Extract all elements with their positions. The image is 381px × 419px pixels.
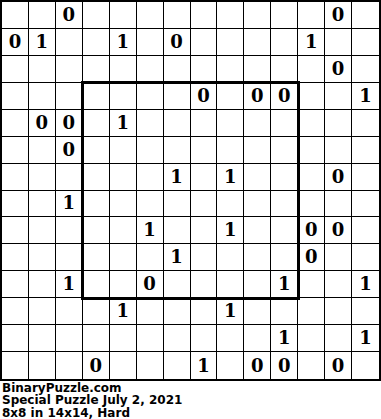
cell-r7-c2: 1 <box>56 191 83 218</box>
cell-r8-c7[interactable] <box>191 217 218 244</box>
cell-r8-c10[interactable] <box>271 217 298 244</box>
cell-r3-c0[interactable] <box>2 83 29 110</box>
cell-r8-c13[interactable] <box>352 217 379 244</box>
cell-r0-c0[interactable] <box>2 2 29 29</box>
cell-r12-c3[interactable] <box>83 325 110 352</box>
cell-r2-c10[interactable] <box>271 56 298 83</box>
cell-r4-c9[interactable] <box>244 110 271 137</box>
cell-r6-c4[interactable] <box>110 164 137 191</box>
cell-r2-c3[interactable] <box>83 56 110 83</box>
cell-r11-c6[interactable] <box>164 298 191 325</box>
cell-r8-c9[interactable] <box>244 217 271 244</box>
cell-r10-c6[interactable] <box>164 271 191 298</box>
cell-r13-c5[interactable] <box>137 352 164 379</box>
cell-r0-c1[interactable] <box>29 2 56 29</box>
cell-r8-c6[interactable] <box>164 217 191 244</box>
cell-r10-c0[interactable] <box>2 271 29 298</box>
cell-r7-c3[interactable] <box>83 191 110 218</box>
cell-r10-c13: 1 <box>352 271 379 298</box>
cell-r6-c2[interactable] <box>56 164 83 191</box>
cell-r3-c3[interactable] <box>83 83 110 110</box>
cell-r6-c3[interactable] <box>83 164 110 191</box>
cell-r10-c12[interactable] <box>325 271 352 298</box>
cell-r12-c1[interactable] <box>29 325 56 352</box>
cell-r5-c8[interactable] <box>217 137 244 164</box>
cell-r1-c6: 0 <box>164 29 191 56</box>
cell-r0-c13[interactable] <box>352 2 379 29</box>
cell-r0-c5[interactable] <box>137 2 164 29</box>
cell-r9-c0[interactable] <box>2 244 29 271</box>
cell-r8-c3[interactable] <box>83 217 110 244</box>
cell-r12-c7[interactable] <box>191 325 218 352</box>
cell-r6-c11[interactable] <box>298 164 325 191</box>
cell-r4-c5[interactable] <box>137 110 164 137</box>
cell-r13-c3: 0 <box>83 352 110 379</box>
cell-r10-c8[interactable] <box>217 271 244 298</box>
cell-r1-c8[interactable] <box>217 29 244 56</box>
cell-r4-c3[interactable] <box>83 110 110 137</box>
cell-r2-c9[interactable] <box>244 56 271 83</box>
cell-r8-c0[interactable] <box>2 217 29 244</box>
cell-r11-c1[interactable] <box>29 298 56 325</box>
cell-r0-c10[interactable] <box>271 2 298 29</box>
cell-r13-c12: 0 <box>325 352 352 379</box>
cell-r4-c0[interactable] <box>2 110 29 137</box>
cell-r7-c4[interactable] <box>110 191 137 218</box>
cell-r5-c7[interactable] <box>191 137 218 164</box>
cell-r8-c8: 1 <box>217 217 244 244</box>
cell-r10-c5: 0 <box>137 271 164 298</box>
cell-r0-c2: 0 <box>56 2 83 29</box>
cell-r2-c5[interactable] <box>137 56 164 83</box>
cell-r7-c13[interactable] <box>352 191 379 218</box>
cell-r12-c8[interactable] <box>217 325 244 352</box>
cell-r12-c9[interactable] <box>244 325 271 352</box>
cell-r13-c0[interactable] <box>2 352 29 379</box>
cell-r2-c7[interactable] <box>191 56 218 83</box>
cell-r7-c0[interactable] <box>2 191 29 218</box>
cell-r9-c11: 0 <box>298 244 325 271</box>
cell-r7-c9[interactable] <box>244 191 271 218</box>
cell-r11-c2[interactable] <box>56 298 83 325</box>
cell-r6-c10[interactable] <box>271 164 298 191</box>
footer-puzzle-title: Special Puzzle July 2, 2021 <box>2 394 379 406</box>
cell-r2-c12: 0 <box>325 56 352 83</box>
cell-r11-c4: 1 <box>110 298 137 325</box>
cell-r13-c11[interactable] <box>298 352 325 379</box>
cell-r8-c1[interactable] <box>29 217 56 244</box>
cell-r3-c6[interactable] <box>164 83 191 110</box>
cell-r2-c0[interactable] <box>2 56 29 83</box>
cell-r9-c6: 1 <box>164 244 191 271</box>
cell-r5-c2: 0 <box>56 137 83 164</box>
cell-r13-c8[interactable] <box>217 352 244 379</box>
cell-r4-c7[interactable] <box>191 110 218 137</box>
cell-r1-c13[interactable] <box>352 29 379 56</box>
cell-r3-c7: 0 <box>191 83 218 110</box>
cell-r8-c12: 0 <box>325 217 352 244</box>
cell-r6-c12: 0 <box>325 164 352 191</box>
cell-r3-c1[interactable] <box>29 83 56 110</box>
cell-r7-c10[interactable] <box>271 191 298 218</box>
cell-r9-c4[interactable] <box>110 244 137 271</box>
cell-r11-c7[interactable] <box>191 298 218 325</box>
cell-r8-c5: 1 <box>137 217 164 244</box>
cell-r13-c2[interactable] <box>56 352 83 379</box>
cell-r10-c9[interactable] <box>244 271 271 298</box>
cell-r7-c1[interactable] <box>29 191 56 218</box>
cell-r7-c11[interactable] <box>298 191 325 218</box>
cell-r5-c4[interactable] <box>110 137 137 164</box>
cell-r13-c9: 0 <box>244 352 271 379</box>
cell-r3-c8[interactable] <box>217 83 244 110</box>
cell-r4-c12[interactable] <box>325 110 352 137</box>
cell-r12-c2[interactable] <box>56 325 83 352</box>
cell-r11-c11[interactable] <box>298 298 325 325</box>
cell-r10-c10: 1 <box>271 271 298 298</box>
cell-r0-c11[interactable] <box>298 2 325 29</box>
cell-r0-c3[interactable] <box>83 2 110 29</box>
cell-r1-c3[interactable] <box>83 29 110 56</box>
cell-r9-c1[interactable] <box>29 244 56 271</box>
cell-r6-c9[interactable] <box>244 164 271 191</box>
cell-r2-c1[interactable] <box>29 56 56 83</box>
cell-r11-c10[interactable] <box>271 298 298 325</box>
cell-r5-c0[interactable] <box>2 137 29 164</box>
footer: BinaryPuzzle.com Special Puzzle July 2, … <box>2 382 379 419</box>
cell-r4-c10[interactable] <box>271 110 298 137</box>
cell-r4-c11[interactable] <box>298 110 325 137</box>
cell-r1-c9[interactable] <box>244 29 271 56</box>
cell-r4-c2: 0 <box>56 110 83 137</box>
cell-r11-c3[interactable] <box>83 298 110 325</box>
cell-r7-c12[interactable] <box>325 191 352 218</box>
cell-r11-c9[interactable] <box>244 298 271 325</box>
cell-r12-c12[interactable] <box>325 325 352 352</box>
cell-r3-c5[interactable] <box>137 83 164 110</box>
cell-r3-c12[interactable] <box>325 83 352 110</box>
cell-r5-c13[interactable] <box>352 137 379 164</box>
cell-r9-c2[interactable] <box>56 244 83 271</box>
cell-r12-c5[interactable] <box>137 325 164 352</box>
cell-r2-c8[interactable] <box>217 56 244 83</box>
cell-r1-c2[interactable] <box>56 29 83 56</box>
cell-r13-c7: 1 <box>191 352 218 379</box>
cell-r2-c13[interactable] <box>352 56 379 83</box>
cell-r9-c7[interactable] <box>191 244 218 271</box>
cell-r7-c8[interactable] <box>217 191 244 218</box>
cell-r1-c11: 1 <box>298 29 325 56</box>
cell-r3-c2[interactable] <box>56 83 83 110</box>
cell-r0-c6[interactable] <box>164 2 191 29</box>
cell-r2-c6[interactable] <box>164 56 191 83</box>
cell-r3-c9: 0 <box>244 83 271 110</box>
cell-r9-c13[interactable] <box>352 244 379 271</box>
cell-r0-c7[interactable] <box>191 2 218 29</box>
cell-r4-c1: 0 <box>29 110 56 137</box>
cell-r11-c5[interactable] <box>137 298 164 325</box>
cell-r13-c1[interactable] <box>29 352 56 379</box>
cell-r5-c5[interactable] <box>137 137 164 164</box>
cell-r7-c5[interactable] <box>137 191 164 218</box>
cell-r9-c10[interactable] <box>271 244 298 271</box>
cell-r4-c6[interactable] <box>164 110 191 137</box>
cell-r3-c10: 0 <box>271 83 298 110</box>
cell-r13-c10: 0 <box>271 352 298 379</box>
cell-r5-c1[interactable] <box>29 137 56 164</box>
cell-r2-c11[interactable] <box>298 56 325 83</box>
cell-r1-c0: 0 <box>2 29 29 56</box>
cell-r9-c3[interactable] <box>83 244 110 271</box>
cell-r3-c13: 1 <box>352 83 379 110</box>
cell-r0-c8[interactable] <box>217 2 244 29</box>
puzzle-page: 000110100001001011011100101011111101000 … <box>0 0 381 419</box>
cell-r6-c0[interactable] <box>2 164 29 191</box>
cell-r9-c5[interactable] <box>137 244 164 271</box>
cell-r2-c2[interactable] <box>56 56 83 83</box>
cell-r5-c9[interactable] <box>244 137 271 164</box>
cell-r10-c4[interactable] <box>110 271 137 298</box>
cell-r10-c3[interactable] <box>83 271 110 298</box>
cell-r12-c10: 1 <box>271 325 298 352</box>
cell-r9-c8[interactable] <box>217 244 244 271</box>
cell-r1-c10[interactable] <box>271 29 298 56</box>
cell-r0-c9[interactable] <box>244 2 271 29</box>
cell-r1-c12[interactable] <box>325 29 352 56</box>
cell-r11-c13[interactable] <box>352 298 379 325</box>
cell-r7-c6[interactable] <box>164 191 191 218</box>
cell-r5-c12[interactable] <box>325 137 352 164</box>
cell-r12-c0[interactable] <box>2 325 29 352</box>
cell-r8-c11: 0 <box>298 217 325 244</box>
cell-r6-c5[interactable] <box>137 164 164 191</box>
cell-r1-c1: 1 <box>29 29 56 56</box>
cell-r3-c4[interactable] <box>110 83 137 110</box>
cell-r6-c8: 1 <box>217 164 244 191</box>
cell-r1-c5[interactable] <box>137 29 164 56</box>
cell-r8-c4[interactable] <box>110 217 137 244</box>
cell-r6-c13[interactable] <box>352 164 379 191</box>
cell-r4-c13[interactable] <box>352 110 379 137</box>
cell-r3-c11[interactable] <box>298 83 325 110</box>
cell-r4-c8[interactable] <box>217 110 244 137</box>
cell-r2-c4[interactable] <box>110 56 137 83</box>
cell-r12-c11[interactable] <box>298 325 325 352</box>
cell-r12-c6[interactable] <box>164 325 191 352</box>
cell-r11-c0[interactable] <box>2 298 29 325</box>
cell-r13-c13[interactable] <box>352 352 379 379</box>
cell-r0-c12: 0 <box>325 2 352 29</box>
cell-r10-c2: 1 <box>56 271 83 298</box>
footer-puzzle-spec: 8x8 in 14x14, Hard <box>2 407 379 419</box>
cell-r10-c11[interactable] <box>298 271 325 298</box>
cell-r4-c4: 1 <box>110 110 137 137</box>
cell-r5-c6[interactable] <box>164 137 191 164</box>
cell-r13-c4[interactable] <box>110 352 137 379</box>
cell-r6-c7[interactable] <box>191 164 218 191</box>
cell-r11-c12[interactable] <box>325 298 352 325</box>
cell-r9-c9[interactable] <box>244 244 271 271</box>
cell-r13-c6[interactable] <box>164 352 191 379</box>
cell-r7-c7[interactable] <box>191 191 218 218</box>
board: 000110100001001011011100101011111101000 <box>0 0 381 381</box>
cell-r1-c4: 1 <box>110 29 137 56</box>
cell-r9-c12[interactable] <box>325 244 352 271</box>
cell-r5-c10[interactable] <box>271 137 298 164</box>
cell-r11-c8: 1 <box>217 298 244 325</box>
cell-r8-c2[interactable] <box>56 217 83 244</box>
cell-r10-c1[interactable] <box>29 271 56 298</box>
cell-r6-c6: 1 <box>164 164 191 191</box>
cell-r6-c1[interactable] <box>29 164 56 191</box>
cell-r12-c13: 1 <box>352 325 379 352</box>
cell-r1-c7[interactable] <box>191 29 218 56</box>
cell-r12-c4[interactable] <box>110 325 137 352</box>
cell-r0-c4[interactable] <box>110 2 137 29</box>
cell-r10-c7[interactable] <box>191 271 218 298</box>
cell-r5-c3[interactable] <box>83 137 110 164</box>
cell-r5-c11[interactable] <box>298 137 325 164</box>
